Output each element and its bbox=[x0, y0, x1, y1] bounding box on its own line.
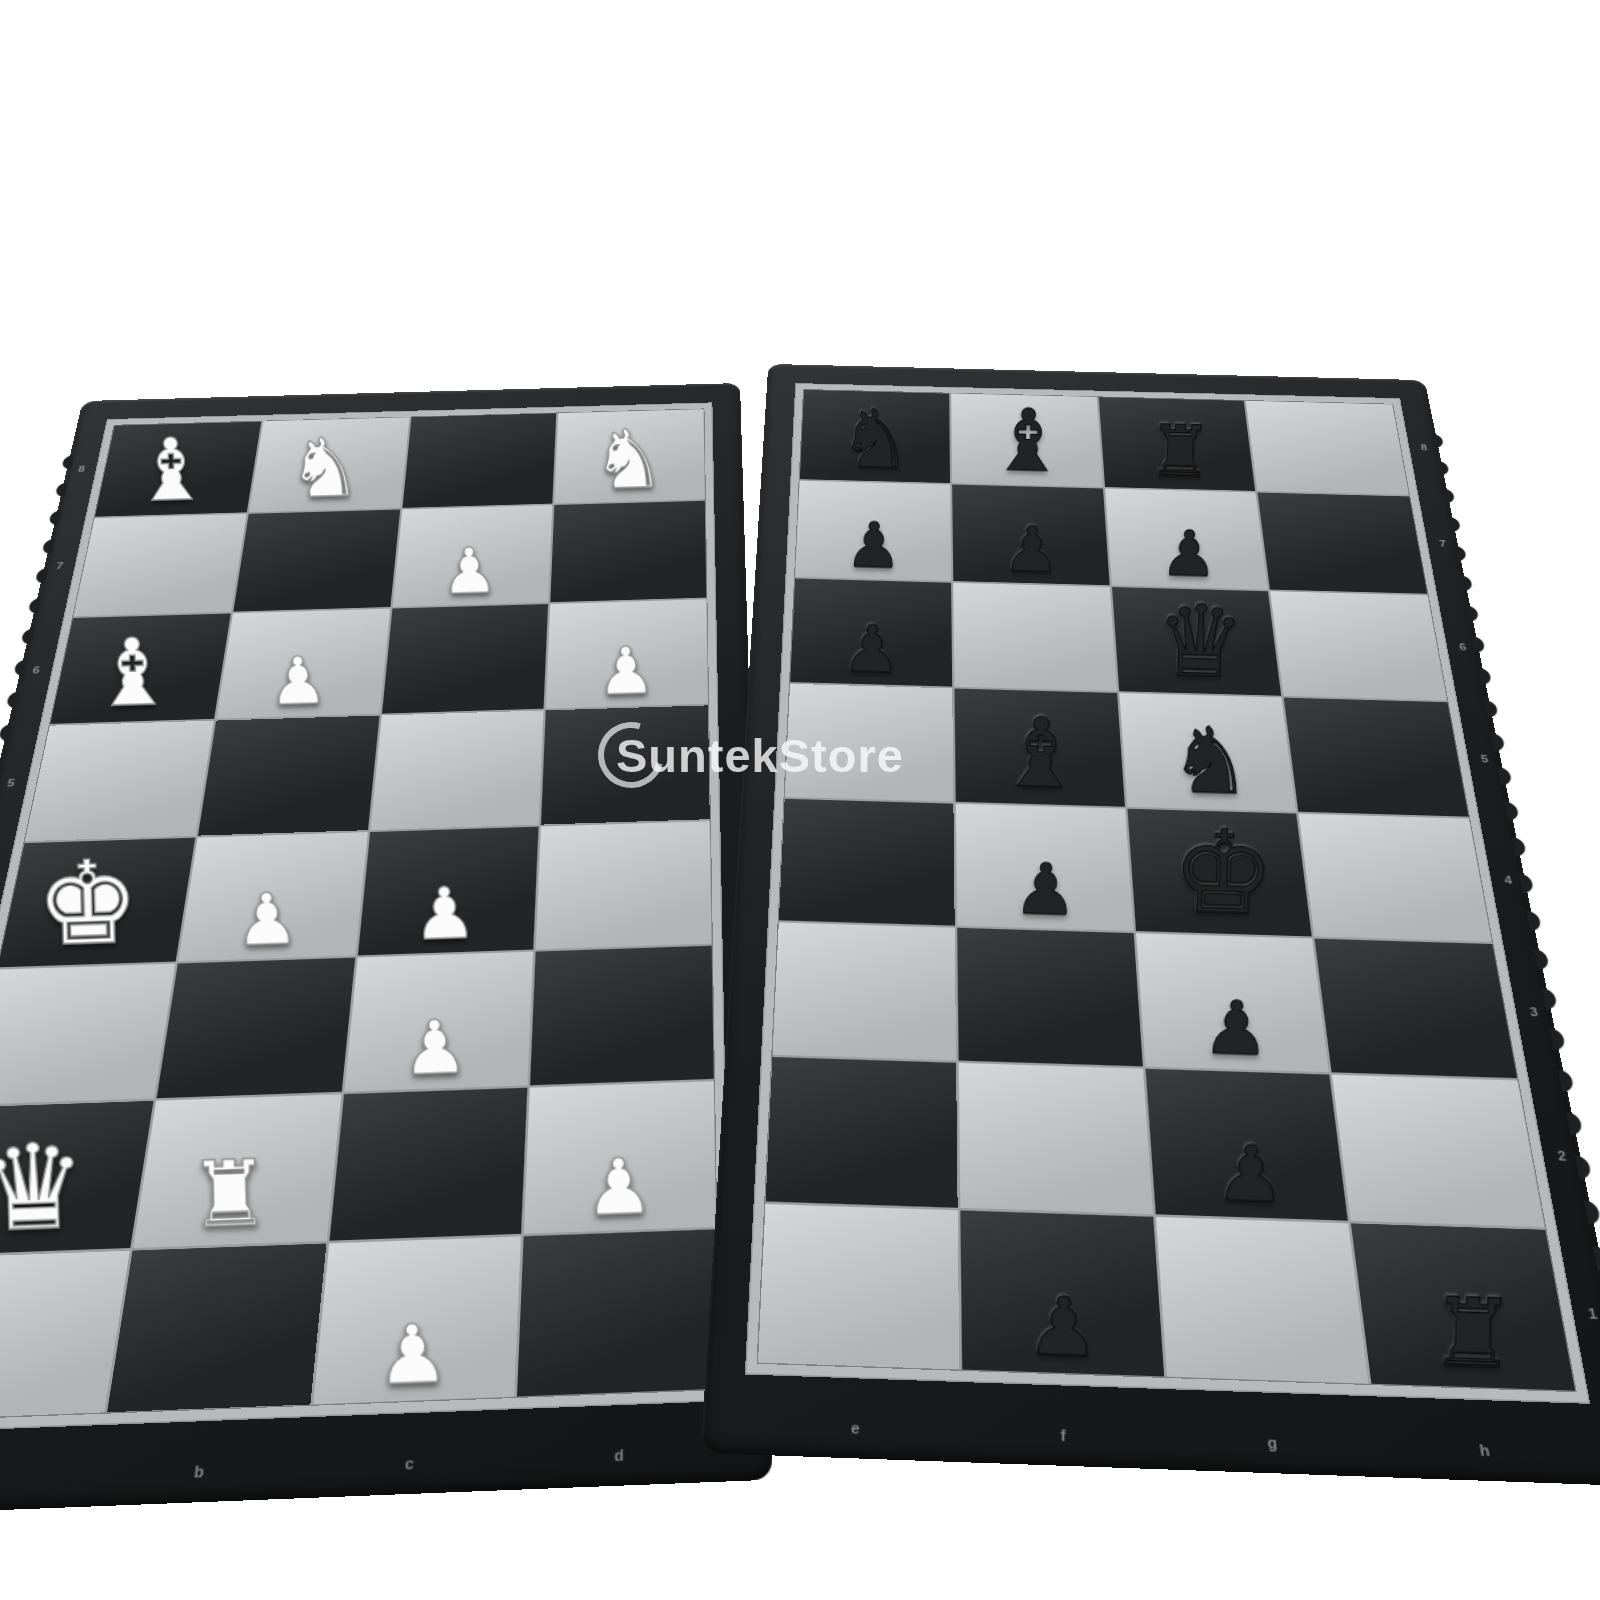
square-e3 bbox=[773, 922, 956, 1060]
white-pawn-c3: ♟ bbox=[401, 1009, 469, 1085]
file-labels-right: efgh bbox=[750, 1414, 1593, 1464]
square-d2: ♟ bbox=[524, 1081, 716, 1234]
square-a8: ♝ bbox=[95, 421, 261, 516]
coordinate-tick: e bbox=[851, 1419, 860, 1437]
square-f2 bbox=[958, 1063, 1152, 1215]
white-pawn-d2: ♟ bbox=[584, 1147, 655, 1227]
square-c2 bbox=[329, 1087, 528, 1240]
watermark: SuntekStore bbox=[598, 722, 904, 788]
coordinate-tick: 1 bbox=[1587, 1306, 1599, 1322]
square-e7: ♟ bbox=[795, 481, 951, 581]
square-a6: ♝ bbox=[50, 614, 230, 725]
white-pawn-b4: ♟ bbox=[234, 883, 300, 956]
square-e8: ♞ bbox=[800, 390, 950, 483]
square-h6 bbox=[1270, 591, 1447, 700]
square-f6 bbox=[953, 583, 1116, 692]
product-photo-background: { "game": "chess", "scene_description": … bbox=[0, 0, 1600, 1600]
square-h2 bbox=[1332, 1074, 1545, 1227]
board-right-half: 87654321 efgh ♞♝♜♟♟♟♟♛♝♞♟♚♟♟♟♜ bbox=[701, 364, 1600, 1487]
coordinate-tick: g bbox=[1267, 1434, 1278, 1452]
square-g4: ♚ bbox=[1127, 808, 1312, 936]
square-f7: ♟ bbox=[952, 485, 1109, 586]
black-pawn-g7: ♟ bbox=[1161, 522, 1219, 586]
square-h4 bbox=[1299, 813, 1492, 941]
square-b2: ♜ bbox=[133, 1094, 341, 1248]
square-a5 bbox=[25, 721, 213, 841]
square-g8: ♜ bbox=[1098, 397, 1255, 491]
file-labels-left: abcd bbox=[0, 1441, 724, 1494]
coordinate-tick: h bbox=[1478, 1441, 1490, 1459]
board-left-grid: ♝♞♞♟♝♟♟♚♟♟♟♛♜♟♟ bbox=[0, 408, 720, 1421]
white-pawn-d6: ♟ bbox=[596, 638, 656, 705]
square-d3 bbox=[530, 945, 713, 1085]
coordinate-tick: f bbox=[1060, 1427, 1066, 1444]
square-f4: ♟ bbox=[955, 803, 1132, 930]
square-c5 bbox=[370, 711, 544, 830]
coordinate-tick: 5 bbox=[6, 777, 16, 789]
square-g7: ♟ bbox=[1105, 489, 1268, 590]
board-right-grid: ♞♝♜♟♟♟♟♛♝♞♟♚♟♟♟♜ bbox=[757, 389, 1577, 1392]
square-d4 bbox=[536, 821, 712, 949]
square-b6: ♟ bbox=[216, 609, 390, 719]
square-g6: ♛ bbox=[1111, 587, 1281, 696]
coordinate-tick: 4 bbox=[1503, 874, 1513, 887]
square-g2: ♟ bbox=[1145, 1068, 1348, 1220]
square-b4: ♟ bbox=[178, 832, 367, 961]
square-c3: ♟ bbox=[344, 951, 534, 1091]
square-b1 bbox=[107, 1243, 326, 1412]
chess-set-scene: 87654321 abcd ♝♞♞♟♝♟♟♚♟♟♟♛♜♟♟ 87654321 e… bbox=[0, 0, 1600, 1600]
square-c4: ♟ bbox=[357, 826, 539, 955]
square-a7 bbox=[73, 514, 246, 617]
watermark-arc-icon bbox=[586, 710, 675, 799]
square-f1: ♟ bbox=[960, 1210, 1164, 1376]
white-knight-d8: ♞ bbox=[591, 418, 666, 501]
square-h8 bbox=[1246, 401, 1409, 495]
coordinate-tick: 8 bbox=[1420, 442, 1428, 451]
coordinate-tick: d bbox=[614, 1446, 624, 1464]
square-a4: ♚ bbox=[0, 837, 195, 967]
square-f3 bbox=[957, 927, 1142, 1066]
square-h1: ♜ bbox=[1351, 1223, 1575, 1391]
black-rook-g8: ♜ bbox=[1147, 416, 1213, 489]
square-g3: ♟ bbox=[1135, 933, 1329, 1072]
black-bishop-f8: ♝ bbox=[988, 397, 1067, 484]
black-rook-h1: ♜ bbox=[1428, 1285, 1516, 1383]
square-h3 bbox=[1315, 938, 1517, 1078]
board-left-half: 87654321 abcd ♝♞♞♟♝♟♟♚♟♟♟♛♜♟♟ bbox=[0, 383, 773, 1517]
coordinate-tick: 3 bbox=[1529, 1005, 1539, 1019]
white-pawn-c4: ♟ bbox=[413, 877, 479, 950]
coordinate-tick: c bbox=[405, 1454, 415, 1472]
silver-margin-right: ♞♝♜♟♟♟♟♛♝♞♟♚♟♟♟♜ bbox=[745, 383, 1590, 1404]
white-rook-b2: ♜ bbox=[188, 1147, 272, 1241]
square-g1 bbox=[1155, 1217, 1369, 1384]
square-c1: ♟ bbox=[312, 1236, 521, 1404]
square-c6 bbox=[381, 604, 548, 714]
black-pawn-e6: ♟ bbox=[842, 616, 902, 683]
black-pawn-g3: ♟ bbox=[1203, 990, 1271, 1066]
board-left-frame: 87654321 abcd ♝♞♞♟♝♟♟♚♟♟♟♛♜♟♟ bbox=[0, 383, 773, 1517]
white-pawn-c1: ♟ bbox=[376, 1313, 451, 1397]
black-queen-g6: ♛ bbox=[1154, 592, 1246, 693]
black-pawn-f7: ♟ bbox=[1002, 518, 1060, 582]
square-b8: ♞ bbox=[249, 417, 409, 512]
board-right-frame: 87654321 efgh ♞♝♜♟♟♟♟♛♝♞♟♚♟♟♟♜ bbox=[701, 364, 1600, 1487]
black-king-g4: ♚ bbox=[1171, 814, 1277, 932]
square-h7 bbox=[1258, 493, 1428, 594]
white-queen-a2: ♛ bbox=[0, 1127, 89, 1248]
coordinate-tick: 2 bbox=[1556, 1149, 1567, 1164]
black-pawn-f4: ♟ bbox=[1013, 853, 1078, 926]
white-bishop-a6: ♝ bbox=[90, 626, 176, 721]
coordinate-tick: 7 bbox=[55, 560, 64, 570]
square-d7 bbox=[551, 501, 707, 603]
square-f8: ♝ bbox=[951, 393, 1103, 487]
square-e2 bbox=[766, 1057, 958, 1208]
black-bishop-f5: ♝ bbox=[996, 704, 1085, 802]
black-knight-g5: ♞ bbox=[1169, 714, 1254, 808]
white-king-a4: ♚ bbox=[34, 844, 141, 962]
black-knight-e8: ♞ bbox=[838, 398, 913, 481]
coordinate-tick: 6 bbox=[1458, 641, 1467, 652]
silver-margin-left: ♝♞♞♟♝♟♟♚♟♟♟♛♜♟♟ bbox=[0, 402, 731, 1433]
square-e1 bbox=[758, 1204, 959, 1370]
square-b3 bbox=[156, 957, 354, 1098]
white-pawn-c7: ♟ bbox=[441, 539, 499, 603]
square-e6: ♟ bbox=[790, 579, 952, 687]
coordinate-tick: 7 bbox=[1438, 538, 1446, 548]
white-knight-b8: ♞ bbox=[287, 426, 363, 509]
square-g5: ♞ bbox=[1119, 693, 1296, 811]
square-c8 bbox=[402, 413, 557, 508]
square-a3 bbox=[0, 963, 175, 1104]
square-c7: ♟ bbox=[392, 505, 552, 607]
black-pawn-f1: ♟ bbox=[1026, 1285, 1101, 1368]
square-b5 bbox=[198, 716, 379, 835]
white-pawn-b6: ♟ bbox=[268, 648, 329, 715]
square-e4 bbox=[779, 798, 954, 925]
black-pawn-e7: ♟ bbox=[845, 514, 903, 578]
coordinate-tick: 8 bbox=[77, 464, 85, 473]
coordinate-tick: b bbox=[193, 1463, 205, 1481]
square-b7 bbox=[233, 510, 400, 612]
coordinate-tick: 5 bbox=[1480, 753, 1489, 765]
square-h5 bbox=[1284, 698, 1469, 816]
square-d8: ♞ bbox=[555, 409, 705, 503]
black-pawn-g2: ♟ bbox=[1215, 1134, 1287, 1214]
coordinate-tick: 6 bbox=[32, 664, 41, 675]
square-d6: ♟ bbox=[546, 599, 708, 708]
square-d1 bbox=[517, 1229, 718, 1396]
square-a2: ♛ bbox=[0, 1100, 153, 1255]
white-bishop-a8: ♝ bbox=[131, 426, 211, 514]
square-f5: ♝ bbox=[954, 689, 1124, 806]
